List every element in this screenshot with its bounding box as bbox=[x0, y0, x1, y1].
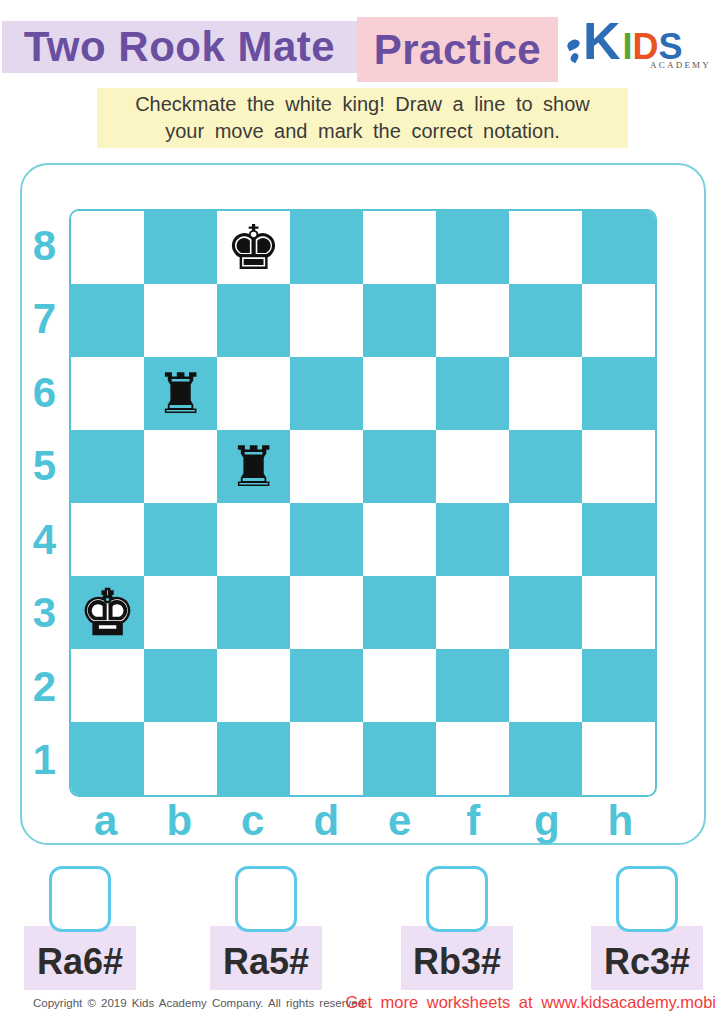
kids-academy-logo: K I D S ACADEMY bbox=[583, 16, 713, 82]
black-king-c8[interactable]: ♚ bbox=[226, 217, 282, 279]
answer-label: Ra5# bbox=[223, 944, 309, 990]
square-e8[interactable] bbox=[363, 211, 436, 284]
answer-checkbox-rc3[interactable] bbox=[616, 866, 678, 932]
square-a1[interactable] bbox=[71, 722, 144, 795]
square-g2[interactable] bbox=[509, 649, 582, 722]
rank-label-4: 4 bbox=[20, 503, 69, 577]
square-g7[interactable] bbox=[509, 284, 582, 357]
square-d4[interactable] bbox=[290, 503, 363, 576]
square-f8[interactable] bbox=[436, 211, 509, 284]
square-g6[interactable] bbox=[509, 357, 582, 430]
chess-board: ♚♜♜♚ bbox=[69, 209, 657, 797]
file-labels: abcdefgh bbox=[69, 797, 657, 843]
square-a4[interactable] bbox=[71, 503, 144, 576]
file-label-c: c bbox=[216, 797, 290, 845]
answer-label-box: Ra5# bbox=[210, 926, 322, 990]
square-h6[interactable] bbox=[582, 357, 655, 430]
square-a8[interactable] bbox=[71, 211, 144, 284]
answer-label: Rc3# bbox=[604, 944, 690, 990]
square-b4[interactable] bbox=[144, 503, 217, 576]
square-h1[interactable] bbox=[582, 722, 655, 795]
square-b6[interactable]: ♜ bbox=[144, 357, 217, 430]
square-d7[interactable] bbox=[290, 284, 363, 357]
logo-letter-k: K bbox=[583, 12, 621, 70]
copyright-text: Copyright © 2019 Kids Academy Company. A… bbox=[33, 997, 364, 1009]
square-b2[interactable] bbox=[144, 649, 217, 722]
square-d6[interactable] bbox=[290, 357, 363, 430]
logo-splash-drop-icon bbox=[566, 38, 582, 52]
square-h8[interactable] bbox=[582, 211, 655, 284]
answer-label-box: Ra6# bbox=[24, 926, 136, 990]
answer-checkbox-ra6[interactable] bbox=[49, 866, 111, 932]
square-f6[interactable] bbox=[436, 357, 509, 430]
square-c6[interactable] bbox=[217, 357, 290, 430]
answer-option-rc3: Rc3# bbox=[591, 866, 703, 990]
square-b3[interactable] bbox=[144, 576, 217, 649]
square-c3[interactable] bbox=[217, 576, 290, 649]
logo-splash-drop-icon bbox=[569, 52, 580, 63]
black-rook-b6[interactable]: ♜ bbox=[155, 366, 205, 422]
square-c2[interactable] bbox=[217, 649, 290, 722]
answer-label: Rb3# bbox=[413, 944, 501, 990]
logo-letter-i: I bbox=[623, 29, 633, 65]
square-e7[interactable] bbox=[363, 284, 436, 357]
rank-label-6: 6 bbox=[20, 356, 69, 430]
square-a7[interactable] bbox=[71, 284, 144, 357]
square-d5[interactable] bbox=[290, 430, 363, 503]
answer-label-box: Rb3# bbox=[401, 926, 513, 990]
square-f7[interactable] bbox=[436, 284, 509, 357]
square-c8[interactable]: ♚ bbox=[217, 211, 290, 284]
square-g5[interactable] bbox=[509, 430, 582, 503]
rank-labels: 87654321 bbox=[20, 209, 69, 797]
logo-academy-text: ACADEMY bbox=[650, 60, 711, 70]
square-e4[interactable] bbox=[363, 503, 436, 576]
file-label-h: h bbox=[584, 797, 658, 845]
square-h4[interactable] bbox=[582, 503, 655, 576]
square-c1[interactable] bbox=[217, 722, 290, 795]
square-f4[interactable] bbox=[436, 503, 509, 576]
instruction-line-1: Checkmate the white king! Draw a line to… bbox=[135, 91, 590, 118]
square-b7[interactable] bbox=[144, 284, 217, 357]
square-e1[interactable] bbox=[363, 722, 436, 795]
instruction-box: Checkmate the white king! Draw a line to… bbox=[97, 88, 628, 148]
worksheet-page: Two Rook Mate Practice K I D S ACADEMY C… bbox=[0, 0, 723, 1024]
square-b1[interactable] bbox=[144, 722, 217, 795]
square-a5[interactable] bbox=[71, 430, 144, 503]
square-f5[interactable] bbox=[436, 430, 509, 503]
square-h5[interactable] bbox=[582, 430, 655, 503]
square-f3[interactable] bbox=[436, 576, 509, 649]
square-f1[interactable] bbox=[436, 722, 509, 795]
black-rook-c5[interactable]: ♜ bbox=[228, 439, 278, 495]
square-d3[interactable] bbox=[290, 576, 363, 649]
rank-label-7: 7 bbox=[20, 283, 69, 357]
square-d2[interactable] bbox=[290, 649, 363, 722]
file-label-g: g bbox=[510, 797, 584, 845]
square-c7[interactable] bbox=[217, 284, 290, 357]
square-b5[interactable] bbox=[144, 430, 217, 503]
answer-option-rb3: Rb3# bbox=[401, 866, 513, 990]
square-a3[interactable]: ♚ bbox=[71, 576, 144, 649]
square-c4[interactable] bbox=[217, 503, 290, 576]
answer-checkbox-rb3[interactable] bbox=[426, 866, 488, 932]
page-title: Two Rook Mate bbox=[24, 23, 335, 71]
square-f2[interactable] bbox=[436, 649, 509, 722]
square-g8[interactable] bbox=[509, 211, 582, 284]
rank-label-1: 1 bbox=[20, 724, 69, 798]
answer-label-box: Rc3# bbox=[591, 926, 703, 990]
answer-option-ra5: Ra5# bbox=[210, 866, 322, 990]
square-e2[interactable] bbox=[363, 649, 436, 722]
white-king-a3[interactable]: ♚ bbox=[80, 582, 136, 644]
square-h7[interactable] bbox=[582, 284, 655, 357]
title-main-banner: Two Rook Mate bbox=[2, 21, 357, 73]
file-label-b: b bbox=[143, 797, 217, 845]
answer-option-ra6: Ra6# bbox=[24, 866, 136, 990]
answer-checkbox-ra5[interactable] bbox=[235, 866, 297, 932]
square-a6[interactable] bbox=[71, 357, 144, 430]
square-d1[interactable] bbox=[290, 722, 363, 795]
square-g3[interactable] bbox=[509, 576, 582, 649]
title-accent-banner: Practice bbox=[357, 17, 558, 82]
page-title-accent: Practice bbox=[374, 26, 541, 74]
square-h2[interactable] bbox=[582, 649, 655, 722]
square-e3[interactable] bbox=[363, 576, 436, 649]
file-label-d: d bbox=[290, 797, 364, 845]
file-label-f: f bbox=[437, 797, 511, 845]
rank-label-2: 2 bbox=[20, 650, 69, 724]
square-c5[interactable]: ♜ bbox=[217, 430, 290, 503]
promo-link[interactable]: Get more worksheets at www.kidsacademy.m… bbox=[345, 993, 716, 1012]
instruction-line-2: your move and mark the correct notation. bbox=[165, 118, 560, 145]
square-e5[interactable] bbox=[363, 430, 436, 503]
rank-label-3: 3 bbox=[20, 577, 69, 651]
square-b8[interactable] bbox=[144, 211, 217, 284]
rank-label-5: 5 bbox=[20, 430, 69, 504]
file-label-a: a bbox=[69, 797, 143, 845]
square-g1[interactable] bbox=[509, 722, 582, 795]
square-d8[interactable] bbox=[290, 211, 363, 284]
file-label-e: e bbox=[363, 797, 437, 845]
square-h3[interactable] bbox=[582, 576, 655, 649]
square-e6[interactable] bbox=[363, 357, 436, 430]
square-a2[interactable] bbox=[71, 649, 144, 722]
answer-label: Ra6# bbox=[37, 944, 123, 990]
rank-label-8: 8 bbox=[20, 209, 69, 283]
square-g4[interactable] bbox=[509, 503, 582, 576]
